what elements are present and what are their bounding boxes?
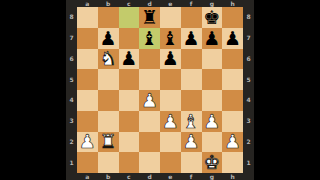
square-d3[interactable]	[139, 111, 160, 132]
board-frame-corner	[66, 0, 77, 7]
square-h2[interactable]: ♟	[222, 132, 243, 153]
square-c8[interactable]	[119, 7, 140, 28]
square-h4[interactable]	[222, 90, 243, 111]
square-d1[interactable]	[139, 152, 160, 173]
file-label-d-top: d	[139, 0, 160, 7]
square-c4[interactable]	[119, 90, 140, 111]
square-a6[interactable]	[77, 49, 98, 70]
square-h6[interactable]	[222, 49, 243, 70]
rank-label-7-right: 7	[243, 28, 254, 49]
square-c5[interactable]	[119, 69, 140, 90]
square-h7[interactable]: ♟	[222, 28, 243, 49]
square-b5[interactable]	[98, 69, 119, 90]
square-b6[interactable]: ♞	[98, 49, 119, 70]
square-h1[interactable]	[222, 152, 243, 173]
piece-white-bishop[interactable]: ♝	[183, 111, 200, 130]
square-h3[interactable]	[222, 111, 243, 132]
file-label-c-bottom: c	[119, 173, 140, 180]
square-g2[interactable]	[202, 132, 223, 153]
piece-black-bishop[interactable]: ♝	[141, 28, 158, 47]
rank-label-6-right: 6	[243, 49, 254, 70]
square-f4[interactable]	[181, 90, 202, 111]
letterbox-background: abcdefgh8♜♚87♟♝♝♟♟♟76♞♟♟6554♟43♟♝♟32♟♜♟♟…	[0, 0, 320, 180]
square-c2[interactable]	[119, 132, 140, 153]
piece-white-rook[interactable]: ♜	[100, 132, 117, 151]
square-f2[interactable]: ♟	[181, 132, 202, 153]
piece-black-pawn[interactable]: ♟	[224, 28, 241, 47]
rank-label-6-left: 6	[66, 49, 77, 70]
square-e2[interactable]	[160, 132, 181, 153]
rank-label-4-right: 4	[243, 90, 254, 111]
square-a7[interactable]	[77, 28, 98, 49]
square-a8[interactable]	[77, 7, 98, 28]
piece-black-pawn[interactable]: ♟	[120, 49, 137, 68]
square-c6[interactable]: ♟	[119, 49, 140, 70]
board-frame-corner	[66, 173, 77, 180]
file-label-f-top: f	[181, 0, 202, 7]
square-f5[interactable]	[181, 69, 202, 90]
rank-label-4-left: 4	[66, 90, 77, 111]
file-label-e-bottom: e	[160, 173, 181, 180]
file-label-d-bottom: d	[139, 173, 160, 180]
square-d6[interactable]	[139, 49, 160, 70]
board-frame-corner	[243, 0, 254, 7]
square-b4[interactable]	[98, 90, 119, 111]
square-d7[interactable]: ♝	[139, 28, 160, 49]
file-label-g-top: g	[202, 0, 223, 7]
rank-label-5-right: 5	[243, 69, 254, 90]
piece-black-pawn[interactable]: ♟	[100, 28, 117, 47]
piece-white-pawn[interactable]: ♟	[203, 111, 220, 130]
rank-label-8-right: 8	[243, 7, 254, 28]
piece-black-bishop[interactable]: ♝	[162, 28, 179, 47]
square-g1[interactable]: ♚	[202, 152, 223, 173]
square-b2[interactable]: ♜	[98, 132, 119, 153]
file-label-g-bottom: g	[202, 173, 223, 180]
piece-white-pawn[interactable]: ♟	[183, 132, 200, 151]
square-g7[interactable]: ♟	[202, 28, 223, 49]
square-g3[interactable]: ♟	[202, 111, 223, 132]
square-c1[interactable]	[119, 152, 140, 173]
piece-black-pawn[interactable]: ♟	[162, 49, 179, 68]
file-label-f-bottom: f	[181, 173, 202, 180]
piece-black-king[interactable]: ♚	[203, 7, 220, 26]
square-b1[interactable]	[98, 152, 119, 173]
square-e6[interactable]: ♟	[160, 49, 181, 70]
square-e4[interactable]	[160, 90, 181, 111]
file-label-h-bottom: h	[222, 173, 243, 180]
board-frame-corner	[243, 173, 254, 180]
square-d4[interactable]: ♟	[139, 90, 160, 111]
rank-label-8-left: 8	[66, 7, 77, 28]
square-f1[interactable]	[181, 152, 202, 173]
square-g8[interactable]: ♚	[202, 7, 223, 28]
chess-board: abcdefgh8♜♚87♟♝♝♟♟♟76♞♟♟6554♟43♟♝♟32♟♜♟♟…	[66, 0, 254, 180]
file-label-a-top: a	[77, 0, 98, 7]
square-h8[interactable]	[222, 7, 243, 28]
square-e7[interactable]: ♝	[160, 28, 181, 49]
rank-label-1-right: 1	[243, 152, 254, 173]
piece-black-pawn[interactable]: ♟	[203, 28, 220, 47]
square-b3[interactable]	[98, 111, 119, 132]
piece-black-rook[interactable]: ♜	[141, 7, 158, 26]
file-label-h-top: h	[222, 0, 243, 7]
file-label-e-top: e	[160, 0, 181, 7]
file-label-b-top: b	[98, 0, 119, 7]
square-h5[interactable]	[222, 69, 243, 90]
square-a3[interactable]	[77, 111, 98, 132]
square-d5[interactable]	[139, 69, 160, 90]
square-a4[interactable]	[77, 90, 98, 111]
rank-label-7-left: 7	[66, 28, 77, 49]
square-e1[interactable]	[160, 152, 181, 173]
piece-white-pawn[interactable]: ♟	[79, 132, 96, 151]
rank-label-3-left: 3	[66, 111, 77, 132]
square-g5[interactable]	[202, 69, 223, 90]
piece-white-king[interactable]: ♚	[203, 153, 220, 172]
square-d2[interactable]	[139, 132, 160, 153]
piece-white-pawn[interactable]: ♟	[224, 132, 241, 151]
piece-white-pawn[interactable]: ♟	[162, 111, 179, 130]
square-a1[interactable]	[77, 152, 98, 173]
square-c3[interactable]	[119, 111, 140, 132]
piece-white-knight[interactable]: ♞	[100, 49, 117, 68]
square-g4[interactable]	[202, 90, 223, 111]
file-label-c-top: c	[119, 0, 140, 7]
square-e8[interactable]	[160, 7, 181, 28]
square-f8[interactable]	[181, 7, 202, 28]
rank-label-2-right: 2	[243, 132, 254, 153]
rank-label-2-left: 2	[66, 132, 77, 153]
rank-label-3-right: 3	[243, 111, 254, 132]
square-b7[interactable]: ♟	[98, 28, 119, 49]
piece-white-pawn[interactable]: ♟	[141, 90, 158, 109]
piece-black-pawn[interactable]: ♟	[183, 28, 200, 47]
rank-label-5-left: 5	[66, 69, 77, 90]
rank-label-1-left: 1	[66, 152, 77, 173]
square-b8[interactable]	[98, 7, 119, 28]
square-a5[interactable]	[77, 69, 98, 90]
square-d8[interactable]: ♜	[139, 7, 160, 28]
square-e3[interactable]: ♟	[160, 111, 181, 132]
square-f3[interactable]: ♝	[181, 111, 202, 132]
square-c7[interactable]	[119, 28, 140, 49]
file-label-a-bottom: a	[77, 173, 98, 180]
square-a2[interactable]: ♟	[77, 132, 98, 153]
square-f7[interactable]: ♟	[181, 28, 202, 49]
file-label-b-bottom: b	[98, 173, 119, 180]
square-g6[interactable]	[202, 49, 223, 70]
square-e5[interactable]	[160, 69, 181, 90]
square-f6[interactable]	[181, 49, 202, 70]
